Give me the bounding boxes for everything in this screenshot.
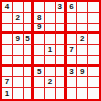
sudoku-cell-r3c7[interactable]: [67, 24, 78, 35]
sudoku-cell-r8c6[interactable]: [56, 77, 67, 88]
sudoku-cell-r5c8[interactable]: [77, 45, 88, 56]
sudoku-cell-r6c3[interactable]: [24, 56, 35, 67]
sudoku-cell-r5c1[interactable]: [2, 45, 13, 56]
sudoku-cell-r9c8[interactable]: [77, 88, 88, 99]
sudoku-cell-r9c9[interactable]: [88, 88, 99, 99]
sudoku-cell-r3c9[interactable]: [88, 24, 99, 35]
sudoku-cell-r7c6[interactable]: [56, 67, 67, 78]
sudoku-cell-r1c6[interactable]: 3: [56, 2, 67, 13]
sudoku-cell-r3c6[interactable]: [56, 24, 67, 35]
sudoku-cell-r4c6[interactable]: [56, 34, 67, 45]
sudoku-cell-r4c3[interactable]: 5: [24, 34, 35, 45]
sudoku-cell-r4c1[interactable]: [2, 34, 13, 45]
sudoku-cell-r5c9[interactable]: [88, 45, 99, 56]
sudoku-cell-r3c2[interactable]: [13, 24, 24, 35]
sudoku-cell-r3c5[interactable]: [45, 24, 56, 35]
sudoku-cell-r2c7[interactable]: [67, 13, 78, 24]
sudoku-cell-r2c4[interactable]: 8: [34, 13, 45, 24]
sudoku-cell-r3c8[interactable]: [77, 24, 88, 35]
sudoku-cell-r4c2[interactable]: 9: [13, 34, 24, 45]
sudoku-cell-r6c9[interactable]: [88, 56, 99, 67]
sudoku-cell-r6c5[interactable]: [45, 56, 56, 67]
sudoku-cell-r1c9[interactable]: [88, 2, 99, 13]
sudoku-cell-r2c6[interactable]: [56, 13, 67, 24]
sudoku-cell-r8c9[interactable]: [88, 77, 99, 88]
sudoku-cell-r5c4[interactable]: [34, 45, 45, 56]
sudoku-cell-r5c7[interactable]: 7: [67, 45, 78, 56]
sudoku-cell-r7c7[interactable]: 3: [67, 67, 78, 78]
sudoku-cell-r3c1[interactable]: [2, 24, 13, 35]
sudoku-cell-r9c1[interactable]: 1: [2, 88, 13, 99]
sudoku-cell-r7c1[interactable]: [2, 67, 13, 78]
sudoku-cell-r9c4[interactable]: [34, 88, 45, 99]
sudoku-cell-r2c3[interactable]: [24, 13, 35, 24]
sudoku-cell-r1c1[interactable]: 4: [2, 2, 13, 13]
sudoku-cell-r3c4[interactable]: 9: [34, 24, 45, 35]
sudoku-cell-r1c2[interactable]: [13, 2, 24, 13]
sudoku-cell-r1c4[interactable]: [34, 2, 45, 13]
sudoku-cell-r6c1[interactable]: [2, 56, 13, 67]
sudoku-cell-r2c5[interactable]: [45, 13, 56, 24]
sudoku-cell-r7c9[interactable]: [88, 67, 99, 78]
sudoku-cell-r2c2[interactable]: 2: [13, 13, 24, 24]
sudoku-cell-r6c8[interactable]: [77, 56, 88, 67]
sudoku-cell-r9c3[interactable]: [24, 88, 35, 99]
sudoku-cell-r7c3[interactable]: [24, 67, 35, 78]
sudoku-cell-r9c6[interactable]: [56, 88, 67, 99]
sudoku-cell-r8c8[interactable]: [77, 77, 88, 88]
sudoku-cell-r2c9[interactable]: [88, 13, 99, 24]
sudoku-cell-r3c3[interactable]: [24, 24, 35, 35]
sudoku-cell-r6c4[interactable]: [34, 56, 45, 67]
sudoku-cell-r5c6[interactable]: [56, 45, 67, 56]
sudoku-cell-r4c8[interactable]: 2: [77, 34, 88, 45]
sudoku-cell-r6c6[interactable]: [56, 56, 67, 67]
sudoku-cell-r6c7[interactable]: [67, 56, 78, 67]
sudoku-cell-r4c9[interactable]: [88, 34, 99, 45]
sudoku-cell-r5c5[interactable]: 1: [45, 45, 56, 56]
sudoku-cell-r1c5[interactable]: [45, 2, 56, 13]
sudoku-cell-r8c5[interactable]: 2: [45, 77, 56, 88]
sudoku-cell-r7c2[interactable]: [13, 67, 24, 78]
sudoku-cell-r5c3[interactable]: [24, 45, 35, 56]
sudoku-cell-r4c4[interactable]: [34, 34, 45, 45]
sudoku-cell-r2c1[interactable]: [2, 13, 13, 24]
sudoku-cell-r2c8[interactable]: [77, 13, 88, 24]
sudoku-cell-r8c7[interactable]: [67, 77, 78, 88]
sudoku-cell-r4c7[interactable]: [67, 34, 78, 45]
sudoku-cell-r8c1[interactable]: 7: [2, 77, 13, 88]
sudoku-cell-r7c8[interactable]: 9: [77, 67, 88, 78]
sudoku-cell-r8c2[interactable]: [13, 77, 24, 88]
sudoku-cell-r7c5[interactable]: [45, 67, 56, 78]
sudoku-cell-r9c2[interactable]: [13, 88, 24, 99]
sudoku-cell-r8c4[interactable]: [34, 77, 45, 88]
sudoku-board: 43628995217539721: [0, 0, 101, 101]
sudoku-cell-r4c5[interactable]: [45, 34, 56, 45]
sudoku-cell-r6c2[interactable]: [13, 56, 24, 67]
sudoku-cell-r1c3[interactable]: [24, 2, 35, 13]
sudoku-cell-r5c2[interactable]: [13, 45, 24, 56]
sudoku-cell-r9c5[interactable]: [45, 88, 56, 99]
sudoku-cell-r7c4[interactable]: 5: [34, 67, 45, 78]
sudoku-cell-r1c7[interactable]: 6: [67, 2, 78, 13]
sudoku-cell-r1c8[interactable]: [77, 2, 88, 13]
sudoku-cell-r8c3[interactable]: [24, 77, 35, 88]
sudoku-cell-r9c7[interactable]: [67, 88, 78, 99]
